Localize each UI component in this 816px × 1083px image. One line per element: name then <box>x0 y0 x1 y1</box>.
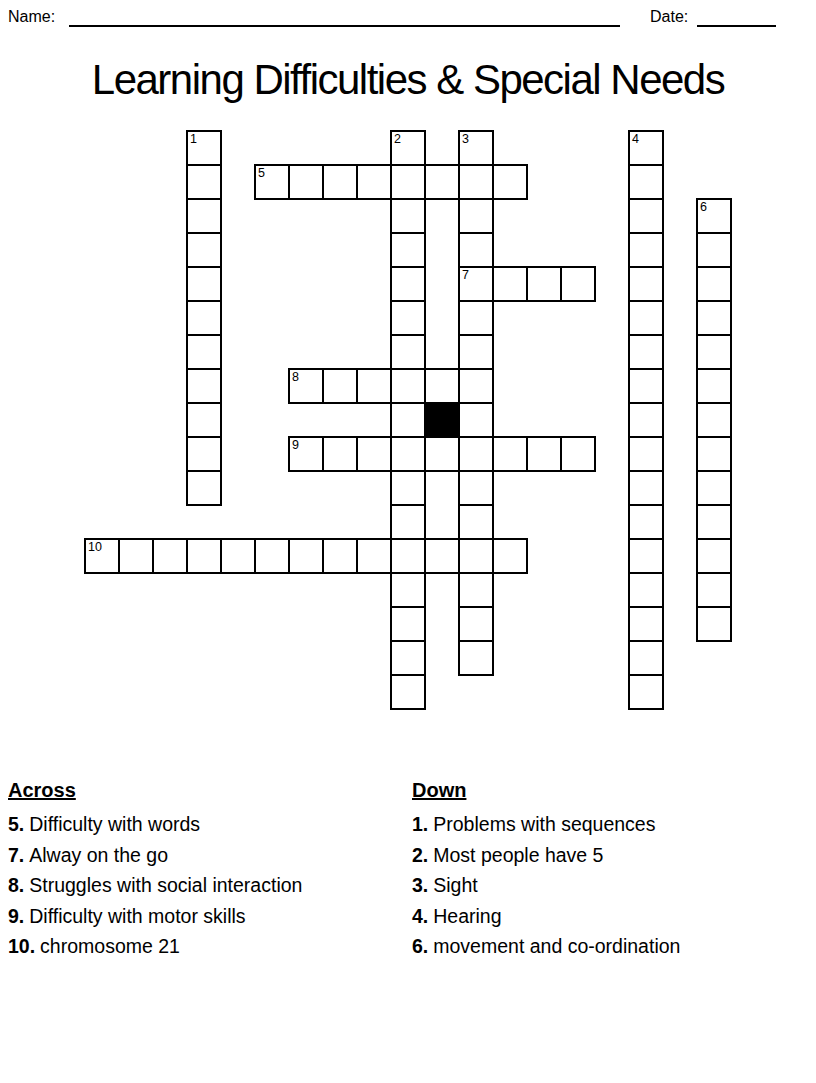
clue-across-7: 7.Alway on the go <box>8 840 398 871</box>
grid-cell[interactable] <box>458 572 494 608</box>
grid-cell[interactable] <box>186 130 222 166</box>
clue-number: 5. <box>8 813 24 835</box>
grid-cell[interactable] <box>458 640 494 676</box>
clue-text: Alway on the go <box>29 844 168 866</box>
grid-cell[interactable] <box>458 232 494 268</box>
grid-cell[interactable] <box>390 198 426 234</box>
grid-cell[interactable] <box>458 538 494 574</box>
grid-cell[interactable] <box>186 470 222 506</box>
clue-text: Difficulty with words <box>29 813 200 835</box>
clue-across-10: 10.chromosome 21 <box>8 931 398 962</box>
grid-cell[interactable] <box>186 232 222 268</box>
grid-cell[interactable] <box>288 368 324 404</box>
clue-number: 10. <box>8 935 35 957</box>
black-cell <box>424 402 460 438</box>
grid-cell[interactable] <box>390 538 426 574</box>
clue-down-4: 4.Hearing <box>412 901 812 932</box>
grid-cell[interactable] <box>288 538 324 574</box>
grid-cell[interactable] <box>526 436 562 472</box>
grid-cell[interactable] <box>356 538 392 574</box>
grid-cell[interactable] <box>220 538 256 574</box>
grid-cell[interactable] <box>628 164 664 200</box>
grid-cell[interactable] <box>628 266 664 302</box>
grid-cell[interactable] <box>458 334 494 370</box>
clue-number: 7. <box>8 844 24 866</box>
grid-cell[interactable] <box>356 164 392 200</box>
grid-cell[interactable] <box>390 470 426 506</box>
grid-cell[interactable] <box>696 436 732 472</box>
grid-cell[interactable] <box>696 232 732 268</box>
grid-cell[interactable] <box>628 572 664 608</box>
grid-cell[interactable] <box>696 198 732 234</box>
grid-cell[interactable] <box>186 538 222 574</box>
clue-down-6: 6.movement and co-ordination <box>412 931 812 962</box>
grid-cell[interactable] <box>390 130 426 166</box>
grid-cell[interactable] <box>696 300 732 336</box>
grid-cell[interactable] <box>696 266 732 302</box>
grid-cell[interactable] <box>492 266 528 302</box>
grid-cell[interactable] <box>424 368 460 404</box>
grid-cell[interactable] <box>628 470 664 506</box>
clue-number: 3. <box>412 874 428 896</box>
grid-cell[interactable] <box>84 538 120 574</box>
clue-number: 6. <box>412 935 428 957</box>
grid-cell[interactable] <box>492 538 528 574</box>
grid-cell[interactable] <box>356 436 392 472</box>
worksheet-page: Name: Date: Learning Difficulties & Spec… <box>0 0 816 1083</box>
grid-cell[interactable] <box>186 402 222 438</box>
grid-cell[interactable] <box>322 368 358 404</box>
page-title: Learning Difficulties & Special Needs <box>0 56 816 104</box>
grid-cell[interactable] <box>628 130 664 166</box>
grid-cell[interactable] <box>628 368 664 404</box>
grid-cell[interactable] <box>322 436 358 472</box>
name-label: Name: <box>8 8 55 26</box>
grid-cell[interactable] <box>458 164 494 200</box>
grid-cell[interactable] <box>696 538 732 574</box>
clue-across-9: 9.Difficulty with motor skills <box>8 901 398 932</box>
grid-cell[interactable] <box>390 232 426 268</box>
grid-cell[interactable] <box>390 640 426 676</box>
grid-cell[interactable] <box>186 300 222 336</box>
crossword-grid: 12345678910 <box>84 130 732 710</box>
grid-cell[interactable] <box>458 436 494 472</box>
grid-cell[interactable] <box>390 572 426 608</box>
clue-text: Most people have 5 <box>433 844 603 866</box>
name-blank-line <box>69 25 620 27</box>
grid-cell[interactable] <box>628 334 664 370</box>
grid-cell[interactable] <box>390 674 426 710</box>
grid-cell[interactable] <box>458 504 494 540</box>
grid-cell[interactable] <box>628 674 664 710</box>
grid-cell[interactable] <box>458 606 494 642</box>
grid-cell[interactable] <box>186 368 222 404</box>
grid-cell[interactable] <box>458 198 494 234</box>
grid-cell[interactable] <box>696 368 732 404</box>
grid-cell[interactable] <box>186 164 222 200</box>
grid-cell[interactable] <box>254 164 290 200</box>
clue-number: 1. <box>412 813 428 835</box>
down-heading: Down <box>412 779 812 802</box>
across-clues-section: Across 5.Difficulty with words 7.Alway o… <box>8 779 398 962</box>
grid-cell[interactable] <box>628 538 664 574</box>
grid-cell[interactable] <box>696 334 732 370</box>
clue-down-1: 1.Problems with sequences <box>412 809 812 840</box>
clue-text: movement and co-ordination <box>433 935 680 957</box>
grid-cell[interactable] <box>696 606 732 642</box>
grid-cell[interactable] <box>526 266 562 302</box>
grid-cell[interactable] <box>492 164 528 200</box>
grid-cell[interactable] <box>458 266 494 302</box>
grid-cell[interactable] <box>118 538 154 574</box>
grid-cell[interactable] <box>424 436 460 472</box>
grid-cell[interactable] <box>186 334 222 370</box>
clue-number: 2. <box>412 844 428 866</box>
clue-number: 9. <box>8 905 24 927</box>
grid-cell[interactable] <box>628 198 664 234</box>
grid-cell[interactable] <box>356 368 392 404</box>
across-heading: Across <box>8 779 398 802</box>
grid-cell[interactable] <box>696 504 732 540</box>
grid-cell[interactable] <box>186 436 222 472</box>
grid-cell[interactable] <box>458 402 494 438</box>
clue-across-8: 8.Struggles with social interaction <box>8 870 398 901</box>
grid-cell[interactable] <box>696 572 732 608</box>
grid-cell[interactable] <box>458 470 494 506</box>
clue-text: Difficulty with motor skills <box>29 905 245 927</box>
grid-cell[interactable] <box>628 504 664 540</box>
grid-cell[interactable] <box>458 368 494 404</box>
grid-cell[interactable] <box>628 232 664 268</box>
grid-cell[interactable] <box>560 266 596 302</box>
clue-text: Hearing <box>433 905 501 927</box>
grid-cell[interactable] <box>560 436 596 472</box>
clue-text: chromosome 21 <box>40 935 180 957</box>
grid-cell[interactable] <box>390 368 426 404</box>
grid-cell[interactable] <box>424 538 460 574</box>
grid-cell[interactable] <box>390 606 426 642</box>
clue-across-5: 5.Difficulty with words <box>8 809 398 840</box>
clue-down-2: 2.Most people have 5 <box>412 840 812 871</box>
grid-cell[interactable] <box>186 266 222 302</box>
clue-text: Problems with sequences <box>433 813 655 835</box>
clue-text: Struggles with social interaction <box>29 874 302 896</box>
grid-cell[interactable] <box>628 606 664 642</box>
grid-cell[interactable] <box>492 436 528 472</box>
grid-cell[interactable] <box>390 436 426 472</box>
grid-cell[interactable] <box>186 198 222 234</box>
grid-cell[interactable] <box>390 504 426 540</box>
date-blank-line <box>697 25 776 27</box>
clue-text: Sight <box>433 874 477 896</box>
grid-cell[interactable] <box>288 436 324 472</box>
grid-cell[interactable] <box>288 164 324 200</box>
grid-cell[interactable] <box>628 436 664 472</box>
down-clues-section: Down 1.Problems with sequences 2.Most pe… <box>412 779 812 962</box>
clue-number: 4. <box>412 905 428 927</box>
grid-cell[interactable] <box>628 640 664 676</box>
grid-cell[interactable] <box>390 164 426 200</box>
clue-number: 8. <box>8 874 24 896</box>
grid-cell[interactable] <box>390 300 426 336</box>
grid-cell[interactable] <box>152 538 188 574</box>
grid-cell[interactable] <box>628 300 664 336</box>
grid-cell[interactable] <box>628 402 664 438</box>
grid-cell[interactable] <box>322 164 358 200</box>
grid-cell[interactable] <box>424 164 460 200</box>
grid-cell[interactable] <box>458 130 494 166</box>
grid-cell[interactable] <box>322 538 358 574</box>
grid-cell[interactable] <box>390 266 426 302</box>
grid-cell[interactable] <box>390 334 426 370</box>
date-label: Date: <box>650 8 688 26</box>
grid-cell[interactable] <box>696 402 732 438</box>
grid-cell[interactable] <box>696 470 732 506</box>
grid-cell[interactable] <box>458 300 494 336</box>
grid-cell[interactable] <box>254 538 290 574</box>
grid-cell[interactable] <box>390 402 426 438</box>
clue-down-3: 3.Sight <box>412 870 812 901</box>
